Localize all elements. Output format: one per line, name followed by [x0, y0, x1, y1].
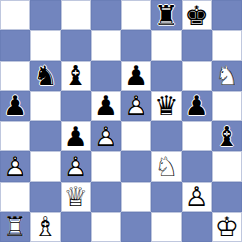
- square-e6[interactable]: ♟: [121, 61, 151, 91]
- black-king-glyph: ♚: [182, 0, 212, 30]
- piece-black-pawn-c4[interactable]: ♟: [61, 121, 91, 151]
- square-b8[interactable]: [30, 0, 60, 30]
- square-g6[interactable]: [182, 61, 212, 91]
- black-bishop-glyph: ♝: [212, 121, 242, 151]
- white-pawn-outline-glyph: ♙: [182, 182, 212, 212]
- square-d7[interactable]: [91, 30, 121, 60]
- square-a6[interactable]: [0, 61, 30, 91]
- piece-black-bishop-h4[interactable]: ♝: [212, 121, 242, 151]
- square-c2[interactable]: ♛♕: [61, 182, 91, 212]
- square-a2[interactable]: [0, 182, 30, 212]
- square-e2[interactable]: [121, 182, 151, 212]
- square-d4[interactable]: ♟♙: [91, 121, 121, 151]
- white-pawn-glyph: ♟: [61, 151, 91, 181]
- square-b7[interactable]: [30, 30, 60, 60]
- piece-white-knight-f3[interactable]: ♞♘: [151, 151, 181, 181]
- piece-black-rook-f8[interactable]: ♜: [151, 0, 181, 30]
- square-g8[interactable]: ♚: [182, 0, 212, 30]
- square-e5[interactable]: ♟♙: [121, 91, 151, 121]
- piece-black-pawn-g5[interactable]: ♟: [182, 91, 212, 121]
- square-b4[interactable]: [30, 121, 60, 151]
- square-g1[interactable]: [182, 212, 212, 242]
- square-f8[interactable]: ♜: [151, 0, 181, 30]
- square-f7[interactable]: [151, 30, 181, 60]
- square-e8[interactable]: [121, 0, 151, 30]
- white-knight-outline-glyph: ♘: [212, 61, 242, 91]
- white-pawn-glyph: ♟: [0, 151, 30, 181]
- chess-board: ♜♚♞♝♟♞♘♟♟♟♙♛♟♟♟♙♝♟♙♟♙♞♘♛♕♟♙♜♖♝♗♚♔: [0, 0, 242, 242]
- white-pawn-outline-glyph: ♙: [121, 91, 151, 121]
- white-pawn-outline-glyph: ♙: [0, 151, 30, 181]
- square-a7[interactable]: [0, 30, 30, 60]
- piece-white-knight-h6[interactable]: ♞♘: [212, 61, 242, 91]
- square-c8[interactable]: [61, 0, 91, 30]
- square-e3[interactable]: [121, 151, 151, 181]
- square-c6[interactable]: ♝: [61, 61, 91, 91]
- piece-white-pawn-c3[interactable]: ♟♙: [61, 151, 91, 181]
- square-d8[interactable]: [91, 0, 121, 30]
- white-pawn-glyph: ♟: [91, 121, 121, 151]
- square-e7[interactable]: [121, 30, 151, 60]
- square-c7[interactable]: [61, 30, 91, 60]
- white-rook-outline-glyph: ♖: [0, 212, 30, 242]
- white-bishop-glyph: ♝: [30, 212, 60, 242]
- white-knight-glyph: ♞: [212, 61, 242, 91]
- piece-white-pawn-d4[interactable]: ♟♙: [91, 121, 121, 151]
- white-king-glyph: ♚: [212, 212, 242, 242]
- black-queen-glyph: ♛: [151, 91, 181, 121]
- square-a3[interactable]: ♟♙: [0, 151, 30, 181]
- piece-black-bishop-c6[interactable]: ♝: [61, 61, 91, 91]
- white-rook-glyph: ♜: [0, 212, 30, 242]
- white-king-outline-glyph: ♔: [212, 212, 242, 242]
- piece-black-knight-b6[interactable]: ♞: [30, 61, 60, 91]
- square-g3[interactable]: [182, 151, 212, 181]
- piece-white-bishop-b1[interactable]: ♝♗: [30, 212, 60, 242]
- square-b6[interactable]: ♞: [30, 61, 60, 91]
- square-h1[interactable]: ♚♔: [212, 212, 242, 242]
- square-c5[interactable]: [61, 91, 91, 121]
- square-f3[interactable]: ♞♘: [151, 151, 181, 181]
- square-b2[interactable]: [30, 182, 60, 212]
- square-b5[interactable]: [30, 91, 60, 121]
- square-b3[interactable]: [30, 151, 60, 181]
- square-e1[interactable]: [121, 212, 151, 242]
- square-d1[interactable]: [91, 212, 121, 242]
- square-f6[interactable]: [151, 61, 181, 91]
- square-f4[interactable]: [151, 121, 181, 151]
- square-h3[interactable]: [212, 151, 242, 181]
- black-pawn-glyph: ♟: [61, 121, 91, 151]
- piece-black-pawn-e6[interactable]: ♟: [121, 61, 151, 91]
- white-knight-glyph: ♞: [151, 151, 181, 181]
- square-a8[interactable]: [0, 0, 30, 30]
- white-pawn-glyph: ♟: [182, 182, 212, 212]
- piece-black-pawn-d5[interactable]: ♟: [91, 91, 121, 121]
- square-c1[interactable]: [61, 212, 91, 242]
- square-c4[interactable]: ♟: [61, 121, 91, 151]
- piece-white-pawn-a3[interactable]: ♟♙: [0, 151, 30, 181]
- square-h4[interactable]: ♝: [212, 121, 242, 151]
- white-queen-glyph: ♛: [61, 182, 91, 212]
- piece-black-king-g8[interactable]: ♚: [182, 0, 212, 30]
- square-a1[interactable]: ♜♖: [0, 212, 30, 242]
- white-bishop-outline-glyph: ♗: [30, 212, 60, 242]
- square-g5[interactable]: ♟: [182, 91, 212, 121]
- square-c3[interactable]: ♟♙: [61, 151, 91, 181]
- square-g7[interactable]: [182, 30, 212, 60]
- black-rook-glyph: ♜: [151, 0, 181, 30]
- square-d5[interactable]: ♟: [91, 91, 121, 121]
- square-d6[interactable]: [91, 61, 121, 91]
- square-g4[interactable]: [182, 121, 212, 151]
- square-a4[interactable]: [0, 121, 30, 151]
- piece-white-pawn-e5[interactable]: ♟♙: [121, 91, 151, 121]
- square-b1[interactable]: ♝♗: [30, 212, 60, 242]
- square-d3[interactable]: [91, 151, 121, 181]
- square-a5[interactable]: ♟: [0, 91, 30, 121]
- piece-black-queen-f5[interactable]: ♛: [151, 91, 181, 121]
- square-f2[interactable]: [151, 182, 181, 212]
- white-knight-outline-glyph: ♘: [151, 151, 181, 181]
- square-e4[interactable]: [121, 121, 151, 151]
- square-f1[interactable]: [151, 212, 181, 242]
- piece-black-pawn-a5[interactable]: ♟: [0, 91, 30, 121]
- piece-white-king-h1[interactable]: ♚♔: [212, 212, 242, 242]
- black-pawn-glyph: ♟: [182, 91, 212, 121]
- square-h6[interactable]: ♞♘: [212, 61, 242, 91]
- piece-white-rook-a1[interactable]: ♜♖: [0, 212, 30, 242]
- square-h8[interactable]: [212, 0, 242, 30]
- black-pawn-glyph: ♟: [0, 91, 30, 121]
- square-h2[interactable]: [212, 182, 242, 212]
- square-h5[interactable]: [212, 91, 242, 121]
- white-pawn-outline-glyph: ♙: [91, 121, 121, 151]
- square-g2[interactable]: ♟♙: [182, 182, 212, 212]
- white-pawn-outline-glyph: ♙: [61, 151, 91, 181]
- piece-white-queen-c2[interactable]: ♛♕: [61, 182, 91, 212]
- black-pawn-glyph: ♟: [121, 61, 151, 91]
- square-h7[interactable]: [212, 30, 242, 60]
- white-queen-outline-glyph: ♕: [61, 182, 91, 212]
- piece-white-pawn-g2[interactable]: ♟♙: [182, 182, 212, 212]
- square-f5[interactable]: ♛: [151, 91, 181, 121]
- white-pawn-glyph: ♟: [121, 91, 151, 121]
- black-pawn-glyph: ♟: [91, 91, 121, 121]
- square-d2[interactable]: [91, 182, 121, 212]
- black-bishop-glyph: ♝: [61, 61, 91, 91]
- black-knight-glyph: ♞: [30, 61, 60, 91]
